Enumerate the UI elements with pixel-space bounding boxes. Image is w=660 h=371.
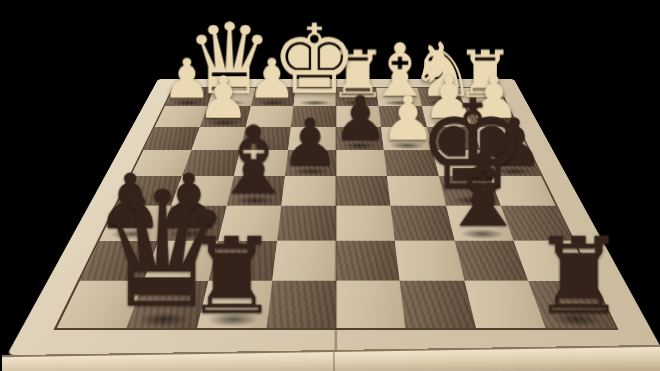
black-bishop-g6: ♝ bbox=[438, 143, 529, 239]
square-g6: ♝ bbox=[446, 206, 513, 240]
square-c5: ♝ bbox=[226, 176, 285, 206]
chess-board: ♟♛♟♚♜♝♞♜♟♟♟♟♟♟♟♝♚♟♟♝♛♜♜ bbox=[7, 79, 660, 355]
square-e6 bbox=[336, 206, 395, 240]
square-e5 bbox=[336, 176, 391, 206]
square-e4 bbox=[336, 150, 387, 176]
black-rook-h8: ♜ bbox=[532, 225, 627, 325]
square-h8: ♜ bbox=[528, 281, 615, 328]
square-c8: ♜ bbox=[197, 281, 272, 328]
chess-photo-scene: ♟♛♟♚♜♝♞♜♟♟♟♟♟♟♟♝♚♟♟♝♛♜♜ bbox=[0, 0, 660, 371]
square-d7 bbox=[272, 240, 336, 280]
square-e7 bbox=[336, 240, 400, 280]
black-rook-c8: ♜ bbox=[184, 225, 279, 325]
square-a3 bbox=[144, 127, 200, 150]
black-pawn-e3: ♟ bbox=[332, 90, 387, 149]
square-e3: ♟ bbox=[336, 127, 384, 150]
white-pawn-c1: ♟ bbox=[247, 53, 296, 105]
square-d6 bbox=[277, 206, 336, 240]
square-f7 bbox=[395, 240, 464, 280]
board-front-seam bbox=[333, 352, 335, 371]
square-f8 bbox=[400, 281, 475, 328]
square-e8 bbox=[336, 281, 406, 328]
